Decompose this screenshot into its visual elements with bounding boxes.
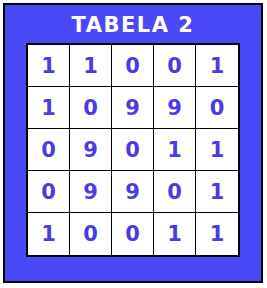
- grid-cell-r1c1: 1: [28, 45, 70, 87]
- grid-cell-r2c2: 0: [70, 87, 112, 129]
- grid-cell-r4c2: 9: [70, 171, 112, 213]
- grid-cell-r3c2: 9: [70, 129, 112, 171]
- grid-cell-r1c3: 0: [112, 45, 154, 87]
- grid-cell-r2c4: 9: [154, 87, 196, 129]
- grid-cell-r3c5: 1: [196, 129, 238, 171]
- grid-cell-r4c5: 1: [196, 171, 238, 213]
- grid-cell-r3c3: 0: [112, 129, 154, 171]
- blue-panel: TABELA 2 1100110990090110990110011: [3, 3, 263, 283]
- grid-cell-r4c3: 9: [112, 171, 154, 213]
- table-title: TABELA 2: [5, 12, 261, 38]
- grid-cell-r5c2: 0: [70, 213, 112, 255]
- grid-cell-r1c4: 0: [154, 45, 196, 87]
- grid-cell-r5c5: 1: [196, 213, 238, 255]
- grid-cell-r4c1: 0: [28, 171, 70, 213]
- grid-cell-r1c2: 1: [70, 45, 112, 87]
- grid-cell-r2c5: 0: [196, 87, 238, 129]
- grid-cell-r3c1: 0: [28, 129, 70, 171]
- number-grid: 1100110990090110990110011: [26, 43, 240, 257]
- grid-cell-r5c1: 1: [28, 213, 70, 255]
- grid-cell-r1c5: 1: [196, 45, 238, 87]
- grid-cell-r2c1: 1: [28, 87, 70, 129]
- grid-cell-r5c4: 1: [154, 213, 196, 255]
- grid-cell-r3c4: 1: [154, 129, 196, 171]
- grid-cell-r2c3: 9: [112, 87, 154, 129]
- grid-cell-r5c3: 0: [112, 213, 154, 255]
- grid-cell-r4c4: 0: [154, 171, 196, 213]
